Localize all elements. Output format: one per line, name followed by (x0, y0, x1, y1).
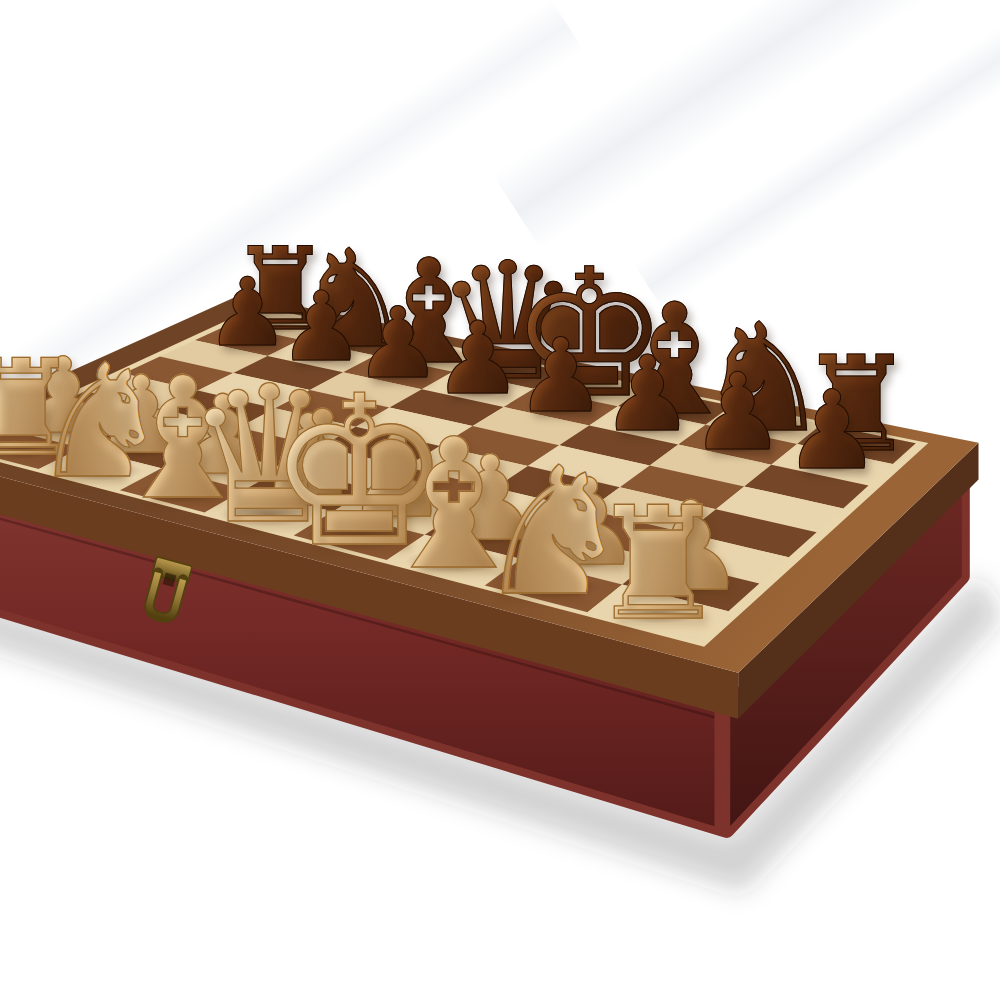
chess-board (0, 0, 1000, 1000)
chess-set-photo: ♜♞♟♝♟♛♟♚♟♝♟♞♟♟♜♟♟♜♟♟♞♟♝♟♛♟♚♟♝♟♞♜ (0, 0, 1000, 1000)
